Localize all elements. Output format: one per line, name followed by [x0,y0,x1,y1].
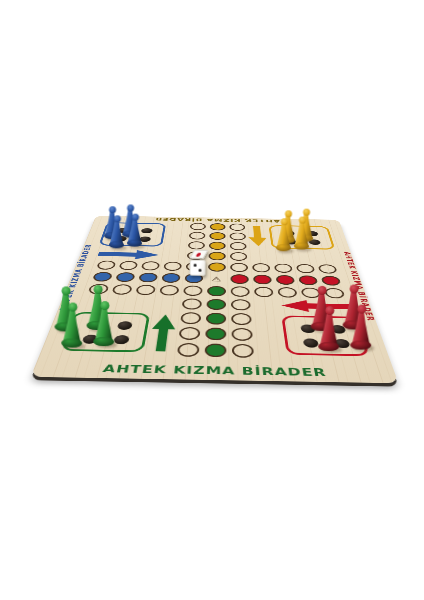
track-circle-r7c5[interactable] [183,285,203,296]
home-circle-red-r6c10[interactable] [298,275,318,285]
track-circle-r10c7[interactable] [231,328,252,341]
blue-start-arrow-icon [97,249,160,259]
track-circle-r11c7[interactable] [231,344,253,358]
track-circle-r9c5[interactable] [180,312,201,324]
track-circle-r1c5[interactable] [189,223,205,230]
pawn-yellow-3[interactable] [277,219,291,249]
track-circle-r5c9[interactable] [274,264,293,273]
track-circle-r8c7[interactable] [231,299,251,310]
pawn-red-3[interactable] [320,307,338,349]
center-emblem: △△ [207,274,225,284]
die-front-face [189,260,205,276]
yard-spot-blue-2 [141,228,153,233]
die-pip [198,269,201,272]
track-circle-r5c7[interactable] [230,263,248,272]
die-pip [194,264,197,267]
home-circle-yellow-r2c6[interactable] [209,232,225,240]
home-circle-red-r6c11[interactable] [320,276,341,286]
pawn-blue-4[interactable] [128,215,142,245]
track-circle-r7c3[interactable] [135,285,156,295]
die[interactable] [189,250,206,276]
die-top-face [189,250,208,259]
yellow-start-arrow-icon [248,226,268,246]
track-circle-r5c2[interactable] [118,261,138,270]
track-circle-r5c11[interactable] [317,264,337,273]
track-circle-r2c7[interactable] [229,232,245,240]
track-circle-r1c7[interactable] [229,223,245,230]
photo-background: △△ AHTEK KIZMA BİRADER AHTEK KIZMA BİRAD… [0,0,424,600]
pawn-green-4[interactable] [95,302,113,344]
home-circle-yellow-r5c6[interactable] [208,262,226,271]
pawn-green-3[interactable] [63,303,81,345]
track-circle-r5c10[interactable] [295,264,315,273]
track-circle-r7c8[interactable] [254,287,274,298]
home-circle-green-r8c6[interactable] [206,299,226,310]
track-circle-r5c8[interactable] [252,263,270,272]
pawn-blue-3[interactable] [110,216,124,246]
home-circle-yellow-r1c6[interactable] [209,223,225,230]
track-circle-r7c4[interactable] [159,285,179,295]
track-circle-r7c7[interactable] [230,286,249,297]
green-start-arrow-icon [148,314,177,351]
track-circle-r7c2[interactable] [111,284,132,294]
track-circle-r11c5[interactable] [176,343,199,357]
home-circle-blue-r6c1[interactable] [91,272,112,282]
home-circle-yellow-r3c6[interactable] [209,242,226,250]
home-circle-red-r6c8[interactable] [253,275,272,285]
home-circle-green-r10c6[interactable] [205,327,226,340]
board-scene: △△ AHTEK KIZMA BİRADER AHTEK KIZMA BİRAD… [0,0,424,600]
track-circle-r10c5[interactable] [178,327,200,340]
yard-spot-green-2 [117,321,133,330]
pawn-layer [5,0,424,4]
brand-label-bottom: AHTEK KIZMA BİRADER [32,361,397,380]
home-circle-blue-r6c3[interactable] [138,273,158,283]
home-circle-red-r6c7[interactable] [230,274,249,284]
track-circle-r2c5[interactable] [188,232,205,240]
track-circle-r4c7[interactable] [230,252,247,261]
track-circle-r3c7[interactable] [229,242,246,250]
yard-spot-red-3 [303,338,320,347]
track-circle-r9c7[interactable] [231,313,252,325]
home-circle-green-r11c6[interactable] [204,343,226,357]
die-red-pip [196,252,202,256]
track-circle-r3c5[interactable] [187,241,204,249]
pawn-yellow-4[interactable] [295,217,309,247]
track-circle-r8c5[interactable] [181,298,201,309]
track-circle-r5c4[interactable] [163,262,182,271]
pawn-red-4[interactable] [352,305,370,347]
track-circle-r7c9[interactable] [277,287,297,298]
track-circle-r5c1[interactable] [96,261,116,270]
home-circle-yellow-r4c6[interactable] [208,252,225,261]
ludo-board: △△ AHTEK KIZMA BİRADER AHTEK KIZMA BİRAD… [31,216,399,384]
home-circle-green-r9c6[interactable] [205,313,225,325]
home-circle-blue-r6c2[interactable] [115,272,136,282]
home-circle-red-r6c9[interactable] [275,275,295,285]
home-circle-green-r7c6[interactable] [207,286,226,297]
track-circle-r5c3[interactable] [140,261,159,270]
home-circle-blue-r6c4[interactable] [161,273,180,283]
